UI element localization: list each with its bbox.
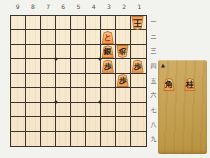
board-cell[interactable] [101,117,116,131]
komadai-sente: ▲ 角桂 [158,60,207,154]
board-cell[interactable] [116,103,131,117]
board-cell[interactable] [101,16,116,30]
board-cell[interactable] [86,132,101,146]
board-cell[interactable] [71,132,86,146]
board-cell[interactable] [26,45,41,59]
board-cell[interactable] [26,74,41,88]
board-cell[interactable] [11,117,26,131]
rank-label: 一 [151,15,157,30]
shogi-board: 王と銀歩歩歩歩 [10,15,147,147]
hoshi-dot [54,101,57,104]
piece-glyph: 桂 [186,78,194,91]
board-cell[interactable] [26,30,41,44]
file-label: 1 [132,3,147,10]
board-cell[interactable] [71,59,86,73]
file-label: 3 [101,3,116,10]
board-cell[interactable] [56,103,71,117]
board-cell[interactable] [131,74,146,88]
board-cell[interactable] [86,74,101,88]
hand-piece-knight[interactable]: 桂 [184,78,196,91]
hoshi-dot [99,101,102,104]
board-cell[interactable] [41,30,56,44]
board-cell[interactable] [56,88,71,102]
piece-glyph: 角 [165,78,173,91]
board-cell[interactable] [131,88,146,102]
piece-glyph: 歩 [119,74,127,87]
board-cell[interactable] [116,30,131,44]
file-label: 9 [10,3,25,10]
board-cell[interactable] [41,16,56,30]
board-cell[interactable] [11,59,26,73]
hand-pieces: 角桂 [163,78,196,91]
hoshi-dot [99,58,102,61]
rank-label: 二 [151,30,157,45]
file-label: 5 [71,3,86,10]
sente-marker-icon: ▲ [161,62,165,68]
rank-label: 七 [151,103,157,118]
file-label: 8 [25,3,40,10]
board-cell[interactable] [26,16,41,30]
board-cell[interactable] [11,30,26,44]
file-label: 6 [56,3,71,10]
board-cell[interactable] [11,45,26,59]
board-cell[interactable] [56,59,71,73]
board-cell[interactable] [131,117,146,131]
board-cell[interactable] [71,16,86,30]
board-cell[interactable] [116,16,131,30]
board-cell[interactable] [101,88,116,102]
board-cell[interactable] [56,74,71,88]
rank-label: 四 [151,59,157,74]
board-cell[interactable] [71,117,86,131]
board-cell[interactable] [116,88,131,102]
board-cell[interactable] [101,74,116,88]
piece-glyph: 歩 [119,45,127,58]
rank-label: 五 [151,74,157,89]
file-label: 7 [40,3,55,10]
board-cell[interactable] [71,103,86,117]
board-cell[interactable] [11,103,26,117]
board-cell[interactable] [26,88,41,102]
board-cell[interactable] [41,132,56,146]
board-cell[interactable] [116,132,131,146]
board-cell[interactable] [131,132,146,146]
rank-label: 三 [151,44,157,59]
hoshi-dot [54,58,57,61]
board-cell[interactable] [26,132,41,146]
rank-label: 九 [151,132,157,147]
board-cell[interactable] [11,16,26,30]
board-cell[interactable] [86,103,101,117]
tsume-shogi-widget: 987654321 王と銀歩歩歩歩 一二三四五六七八九 ▲ 角桂 [0,0,210,158]
piece-glyph: 銀 [104,45,112,58]
file-label: 4 [86,3,101,10]
board-cell[interactable] [86,16,101,30]
piece-glyph: と [104,31,112,44]
board-cell[interactable] [41,59,56,73]
board-cell[interactable] [56,16,71,30]
board-cell[interactable] [71,30,86,44]
board-cell[interactable] [86,30,101,44]
board-cell[interactable] [56,132,71,146]
board-cell[interactable] [71,88,86,102]
board-cell[interactable] [56,30,71,44]
board-cell[interactable] [26,103,41,117]
board-cell[interactable] [41,117,56,131]
board-cell[interactable] [41,74,56,88]
board-cell[interactable] [56,45,71,59]
board-cell[interactable] [71,45,86,59]
hand-piece-bishop[interactable]: 角 [163,78,175,91]
board-cell[interactable] [26,117,41,131]
board-cell[interactable] [11,88,26,102]
rank-label: 六 [151,88,157,103]
file-label: 2 [117,3,132,10]
board-cell[interactable] [101,103,116,117]
rank-label: 八 [151,118,157,133]
board-cell[interactable] [86,117,101,131]
piece-glyph: 歩 [134,60,142,73]
board-cell[interactable] [116,117,131,131]
piece-glyph: 王 [133,16,142,30]
board-cell[interactable] [11,74,26,88]
board-cell[interactable] [71,74,86,88]
board-cell[interactable] [26,59,41,73]
board-cell[interactable] [131,45,146,59]
board-cell[interactable] [131,103,146,117]
board-cell[interactable] [116,59,131,73]
board-cell[interactable] [86,59,101,73]
file-coordinates: 987654321 [10,1,147,12]
board-cell[interactable] [131,30,146,44]
board-cell[interactable] [41,103,56,117]
piece-glyph: 歩 [104,60,112,73]
board-cell[interactable] [56,117,71,131]
board-cell[interactable] [11,132,26,146]
board-cell[interactable] [101,132,116,146]
